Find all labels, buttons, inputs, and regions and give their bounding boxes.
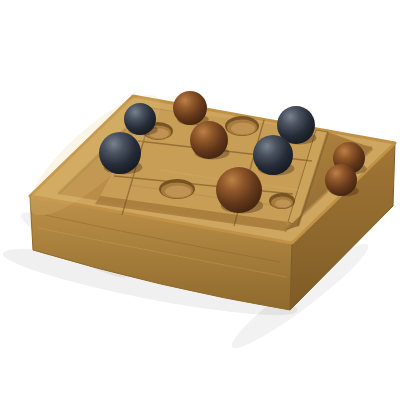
product-photo-stage bbox=[0, 0, 416, 416]
recess-r0c1[interactable] bbox=[225, 116, 259, 136]
game-board bbox=[0, 0, 416, 416]
recess-r2c0-empty[interactable] bbox=[159, 179, 195, 199]
recess-r2c2-empty[interactable] bbox=[269, 193, 295, 209]
